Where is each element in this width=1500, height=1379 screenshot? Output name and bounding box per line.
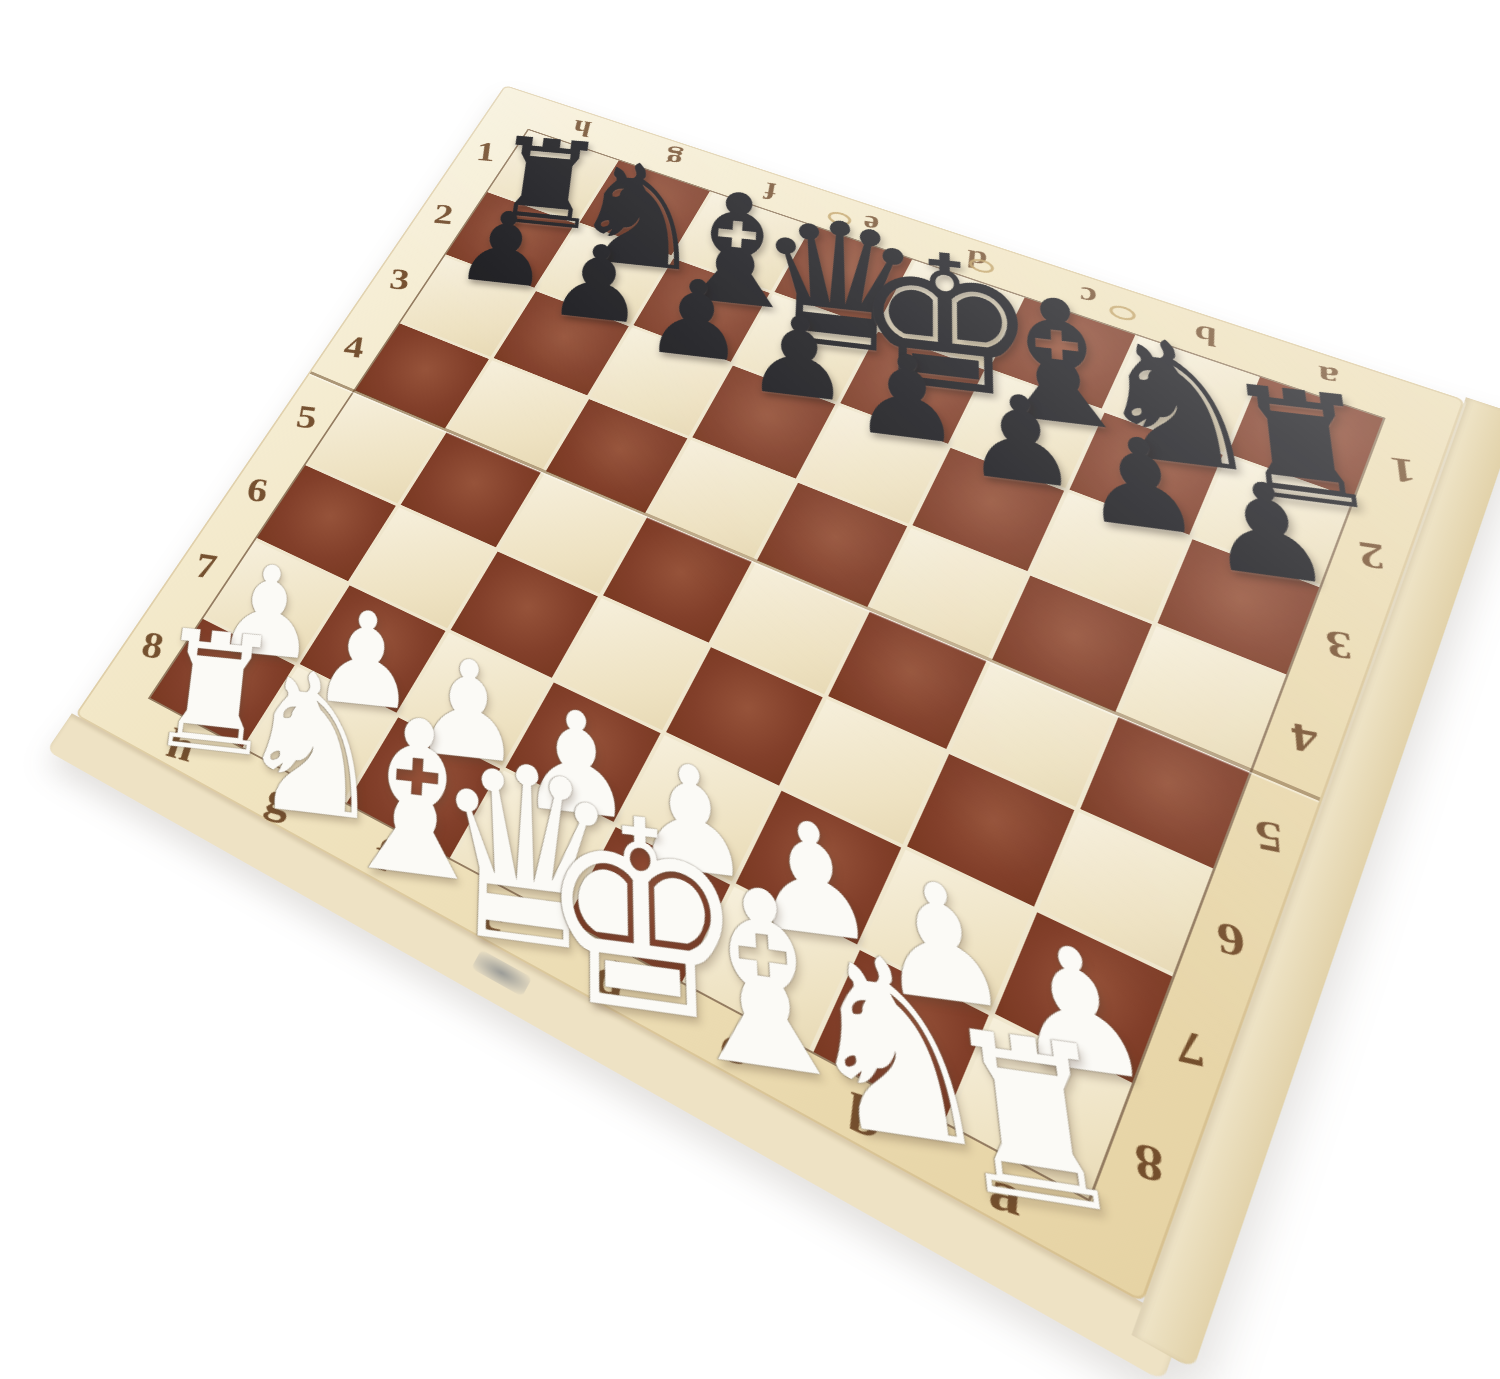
black-pawn-a7: ♟ — [458, 243, 552, 253]
black-pawn-c7: ♟ — [646, 313, 747, 324]
black-pawn-e7: ♟ — [852, 390, 962, 403]
black-pawn-g7: ♟ — [1082, 476, 1202, 492]
chess-board-box: hgfedcba hgfedcba 12345678 12345678 ♜♞♝♛… — [75, 85, 1465, 1303]
black-pawn-f7: ♟ — [964, 432, 1079, 446]
black-rook-h8: ♜ — [1224, 438, 1379, 457]
board-perspective-wrapper: hgfedcba hgfedcba 12345678 12345678 ♜♞♝♛… — [75, 85, 1465, 1303]
black-pawn-h7: ♟ — [1206, 522, 1332, 539]
black-pawn-b7: ♟ — [550, 277, 647, 288]
white-rook-h1: ♜ — [947, 1108, 1122, 1134]
square-h1: ♜ — [949, 1017, 1131, 1198]
photo-canvas: hgfedcba hgfedcba 12345678 12345678 ♜♞♝♛… — [0, 0, 1500, 1379]
black-pawn-d7: ♟ — [746, 351, 852, 363]
